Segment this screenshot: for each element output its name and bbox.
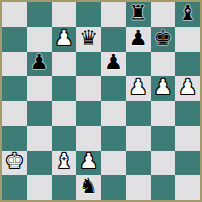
square-h5[interactable]: ♟ (175, 76, 200, 101)
square-b6[interactable]: ♟ (27, 52, 52, 77)
square-e4[interactable] (101, 101, 126, 126)
square-h2[interactable] (175, 151, 200, 176)
white-pawn-d2[interactable]: ♟ (79, 151, 98, 172)
square-b7[interactable] (27, 27, 52, 52)
square-b3[interactable] (27, 126, 52, 151)
square-d4[interactable] (76, 101, 101, 126)
black-knight-d1[interactable]: ♞ (79, 176, 98, 197)
square-a4[interactable] (2, 101, 27, 126)
square-e8[interactable] (101, 2, 126, 27)
square-h8[interactable]: ♝ (175, 2, 200, 27)
black-pawn-b6[interactable]: ♟ (30, 52, 49, 73)
black-rook-f8[interactable]: ♜ (129, 3, 148, 24)
white-pawn-f5[interactable]: ♟ (129, 77, 148, 98)
square-e3[interactable] (101, 126, 126, 151)
black-queen-d7[interactable]: ♛ (79, 28, 98, 49)
square-e7[interactable] (101, 27, 126, 52)
square-b4[interactable] (27, 101, 52, 126)
chess-board: ♜♝♟♛♟♚♟♟♟♟♟♚♝♟♞ (2, 2, 200, 200)
square-c8[interactable] (52, 2, 77, 27)
square-d5[interactable] (76, 76, 101, 101)
white-bishop-c2[interactable]: ♝ (54, 151, 73, 172)
square-f5[interactable]: ♟ (126, 76, 151, 101)
square-d7[interactable]: ♛ (76, 27, 101, 52)
square-g5[interactable]: ♟ (151, 76, 176, 101)
square-e6[interactable]: ♟ (101, 52, 126, 77)
square-b5[interactable] (27, 76, 52, 101)
black-king-g7[interactable]: ♚ (153, 28, 172, 49)
square-h4[interactable] (175, 101, 200, 126)
square-f6[interactable] (126, 52, 151, 77)
square-c7[interactable]: ♟ (52, 27, 77, 52)
square-e2[interactable] (101, 151, 126, 176)
white-pawn-c7[interactable]: ♟ (54, 28, 73, 49)
square-f3[interactable] (126, 126, 151, 151)
square-f8[interactable]: ♜ (126, 2, 151, 27)
square-c2[interactable]: ♝ (52, 151, 77, 176)
square-g8[interactable] (151, 2, 176, 27)
square-c3[interactable] (52, 126, 77, 151)
black-pawn-f7[interactable]: ♟ (129, 28, 148, 49)
square-a2[interactable]: ♚ (2, 151, 27, 176)
square-c1[interactable] (52, 175, 77, 200)
square-b8[interactable] (27, 2, 52, 27)
square-b1[interactable] (27, 175, 52, 200)
square-a7[interactable] (2, 27, 27, 52)
square-c4[interactable] (52, 101, 77, 126)
white-pawn-h5[interactable]: ♟ (178, 77, 197, 98)
square-g4[interactable] (151, 101, 176, 126)
square-f7[interactable]: ♟ (126, 27, 151, 52)
square-c6[interactable] (52, 52, 77, 77)
square-a5[interactable] (2, 76, 27, 101)
white-king-a2[interactable]: ♚ (5, 151, 24, 172)
square-a8[interactable] (2, 2, 27, 27)
square-a1[interactable] (2, 175, 27, 200)
square-a6[interactable] (2, 52, 27, 77)
square-c5[interactable] (52, 76, 77, 101)
white-pawn-g5[interactable]: ♟ (153, 77, 172, 98)
square-g6[interactable] (151, 52, 176, 77)
square-g7[interactable]: ♚ (151, 27, 176, 52)
square-f4[interactable] (126, 101, 151, 126)
square-g1[interactable] (151, 175, 176, 200)
square-e1[interactable] (101, 175, 126, 200)
square-h7[interactable] (175, 27, 200, 52)
square-h6[interactable] (175, 52, 200, 77)
square-a3[interactable] (2, 126, 27, 151)
square-g2[interactable] (151, 151, 176, 176)
square-d8[interactable] (76, 2, 101, 27)
black-bishop-h8[interactable]: ♝ (178, 3, 197, 24)
square-f1[interactable] (126, 175, 151, 200)
square-d2[interactable]: ♟ (76, 151, 101, 176)
square-e5[interactable] (101, 76, 126, 101)
square-d1[interactable]: ♞ (76, 175, 101, 200)
square-d6[interactable] (76, 52, 101, 77)
square-h1[interactable] (175, 175, 200, 200)
square-f2[interactable] (126, 151, 151, 176)
square-d3[interactable] (76, 126, 101, 151)
square-h3[interactable] (175, 126, 200, 151)
square-b2[interactable] (27, 151, 52, 176)
black-pawn-e6[interactable]: ♟ (104, 52, 123, 73)
chess-board-frame: ♜♝♟♛♟♚♟♟♟♟♟♚♝♟♞ (0, 0, 202, 202)
square-g3[interactable] (151, 126, 176, 151)
